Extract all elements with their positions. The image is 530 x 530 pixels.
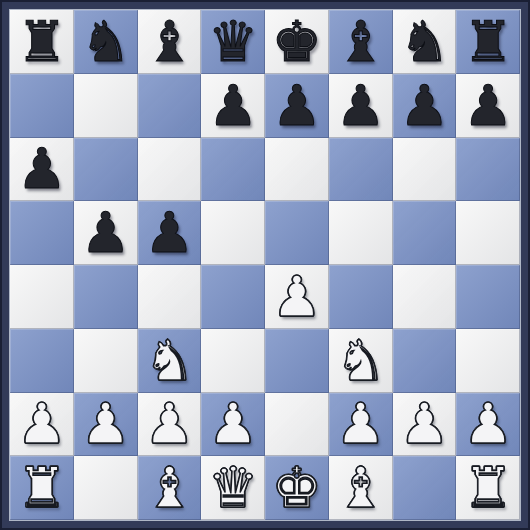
white-pawn-c2[interactable]: ♟: [138, 393, 202, 457]
white-rook-h1[interactable]: ♜: [456, 456, 520, 520]
square-e5[interactable]: [265, 201, 329, 265]
white-pawn-d2[interactable]: ♟: [201, 393, 265, 457]
square-a2[interactable]: ♟: [10, 393, 74, 457]
square-f2[interactable]: ♟: [329, 393, 393, 457]
square-c1[interactable]: ♝: [138, 456, 202, 520]
square-f5[interactable]: [329, 201, 393, 265]
black-pawn-d7[interactable]: ♟: [201, 74, 265, 138]
white-queen-d1[interactable]: ♛: [201, 456, 265, 520]
square-b7[interactable]: [74, 74, 138, 138]
square-a7[interactable]: [10, 74, 74, 138]
white-pawn-a2[interactable]: ♟: [10, 393, 74, 457]
square-a1[interactable]: ♜: [10, 456, 74, 520]
square-d4[interactable]: [201, 265, 265, 329]
square-g5[interactable]: [393, 201, 457, 265]
square-h5[interactable]: [456, 201, 520, 265]
square-c3[interactable]: ♞: [138, 329, 202, 393]
square-e8[interactable]: ♚: [265, 10, 329, 74]
square-f7[interactable]: ♟: [329, 74, 393, 138]
square-d5[interactable]: [201, 201, 265, 265]
square-e4[interactable]: ♟: [265, 265, 329, 329]
chess-board: ♜♞♝♛♚♝♞♜♟♟♟♟♟♟♟♟♟♞♞♟♟♟♟♟♟♟♜♝♛♚♝♜: [9, 9, 521, 521]
square-b8[interactable]: ♞: [74, 10, 138, 74]
square-h7[interactable]: ♟: [456, 74, 520, 138]
black-pawn-e7[interactable]: ♟: [265, 74, 329, 138]
board-frame: ♜♞♝♛♚♝♞♜♟♟♟♟♟♟♟♟♟♞♞♟♟♟♟♟♟♟♜♝♛♚♝♜: [0, 0, 530, 530]
square-b3[interactable]: [74, 329, 138, 393]
square-g2[interactable]: ♟: [393, 393, 457, 457]
square-a6[interactable]: ♟: [10, 138, 74, 202]
black-knight-g8[interactable]: ♞: [393, 10, 457, 74]
square-c6[interactable]: [138, 138, 202, 202]
white-knight-c3[interactable]: ♞: [138, 329, 202, 393]
square-f6[interactable]: [329, 138, 393, 202]
square-b6[interactable]: [74, 138, 138, 202]
white-pawn-f2[interactable]: ♟: [329, 393, 393, 457]
square-d8[interactable]: ♛: [201, 10, 265, 74]
black-king-e8[interactable]: ♚: [265, 10, 329, 74]
square-c8[interactable]: ♝: [138, 10, 202, 74]
black-pawn-f7[interactable]: ♟: [329, 74, 393, 138]
black-rook-a8[interactable]: ♜: [10, 10, 74, 74]
square-e7[interactable]: ♟: [265, 74, 329, 138]
black-pawn-c5[interactable]: ♟: [138, 201, 202, 265]
black-pawn-b5[interactable]: ♟: [74, 201, 138, 265]
square-e3[interactable]: [265, 329, 329, 393]
square-h2[interactable]: ♟: [456, 393, 520, 457]
square-h6[interactable]: [456, 138, 520, 202]
square-h4[interactable]: [456, 265, 520, 329]
white-king-e1[interactable]: ♚: [265, 456, 329, 520]
square-c7[interactable]: [138, 74, 202, 138]
square-a3[interactable]: [10, 329, 74, 393]
square-d3[interactable]: [201, 329, 265, 393]
square-a5[interactable]: [10, 201, 74, 265]
white-pawn-g2[interactable]: ♟: [393, 393, 457, 457]
black-pawn-g7[interactable]: ♟: [393, 74, 457, 138]
black-bishop-f8[interactable]: ♝: [329, 10, 393, 74]
black-knight-b8[interactable]: ♞: [74, 10, 138, 74]
white-bishop-f1[interactable]: ♝: [329, 456, 393, 520]
square-f3[interactable]: ♞: [329, 329, 393, 393]
square-e6[interactable]: [265, 138, 329, 202]
square-f8[interactable]: ♝: [329, 10, 393, 74]
square-b5[interactable]: ♟: [74, 201, 138, 265]
white-knight-f3[interactable]: ♞: [329, 329, 393, 393]
square-h8[interactable]: ♜: [456, 10, 520, 74]
square-h1[interactable]: ♜: [456, 456, 520, 520]
square-d1[interactable]: ♛: [201, 456, 265, 520]
square-f4[interactable]: [329, 265, 393, 329]
white-rook-a1[interactable]: ♜: [10, 456, 74, 520]
white-pawn-b2[interactable]: ♟: [74, 393, 138, 457]
square-f1[interactable]: ♝: [329, 456, 393, 520]
white-pawn-h2[interactable]: ♟: [456, 393, 520, 457]
black-bishop-c8[interactable]: ♝: [138, 10, 202, 74]
square-g6[interactable]: [393, 138, 457, 202]
square-c4[interactable]: [138, 265, 202, 329]
square-h3[interactable]: [456, 329, 520, 393]
square-d6[interactable]: [201, 138, 265, 202]
black-pawn-a6[interactable]: ♟: [10, 138, 74, 202]
square-g4[interactable]: [393, 265, 457, 329]
square-a4[interactable]: [10, 265, 74, 329]
square-b1[interactable]: [74, 456, 138, 520]
white-pawn-e4[interactable]: ♟: [265, 265, 329, 329]
black-rook-h8[interactable]: ♜: [456, 10, 520, 74]
square-g8[interactable]: ♞: [393, 10, 457, 74]
square-c2[interactable]: ♟: [138, 393, 202, 457]
black-queen-d8[interactable]: ♛: [201, 10, 265, 74]
square-b2[interactable]: ♟: [74, 393, 138, 457]
square-d7[interactable]: ♟: [201, 74, 265, 138]
square-a8[interactable]: ♜: [10, 10, 74, 74]
square-b4[interactable]: [74, 265, 138, 329]
square-g1[interactable]: [393, 456, 457, 520]
white-bishop-c1[interactable]: ♝: [138, 456, 202, 520]
square-g3[interactable]: [393, 329, 457, 393]
square-e1[interactable]: ♚: [265, 456, 329, 520]
square-c5[interactable]: ♟: [138, 201, 202, 265]
square-e2[interactable]: [265, 393, 329, 457]
square-g7[interactable]: ♟: [393, 74, 457, 138]
black-pawn-h7[interactable]: ♟: [456, 74, 520, 138]
square-d2[interactable]: ♟: [201, 393, 265, 457]
